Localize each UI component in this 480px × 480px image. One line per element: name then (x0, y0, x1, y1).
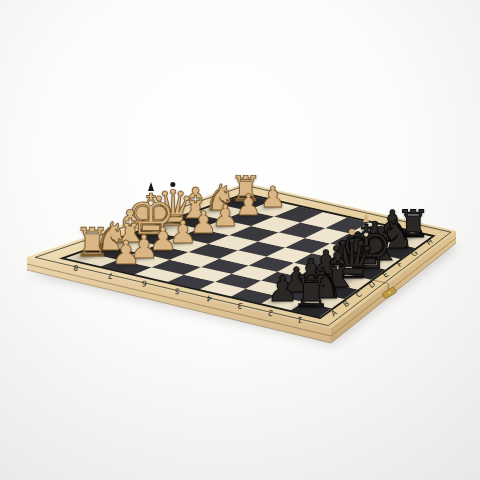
product-photo-scene: ABCDEFGH12345678 ♜♞♝♚♛♝♞♜♟♟♟♟♟♟♟♟♟♟♟♟♟♟♟… (0, 0, 480, 480)
chessboard: ABCDEFGH12345678 (0, 0, 480, 480)
